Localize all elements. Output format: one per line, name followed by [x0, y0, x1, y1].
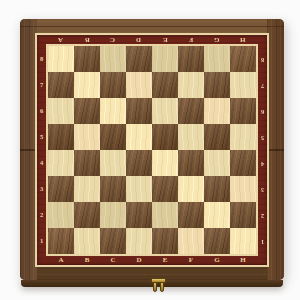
- square-h5[interactable]: [230, 124, 256, 150]
- rank-label: 4: [40, 160, 43, 167]
- square-a1[interactable]: [48, 228, 74, 254]
- square-b3[interactable]: [74, 176, 100, 202]
- square-b1[interactable]: [74, 228, 100, 254]
- chess-box: ABCDEFGH ABCDEFGH 87654321 87654321: [20, 19, 284, 280]
- rank-label: 1: [40, 238, 43, 245]
- square-c7[interactable]: [100, 72, 126, 98]
- square-h1[interactable]: [230, 228, 256, 254]
- rank-label: 6: [40, 108, 43, 115]
- file-label: G: [214, 257, 219, 264]
- square-e6[interactable]: [152, 98, 178, 124]
- brass-clasp: [151, 278, 166, 294]
- rank-label: 8: [40, 56, 43, 63]
- file-label: B: [85, 257, 90, 264]
- square-e8[interactable]: [152, 46, 178, 72]
- square-h3[interactable]: [230, 176, 256, 202]
- file-label: E: [163, 257, 168, 264]
- square-h7[interactable]: [230, 72, 256, 98]
- square-e1[interactable]: [152, 228, 178, 254]
- square-b6[interactable]: [74, 98, 100, 124]
- square-h2[interactable]: [230, 202, 256, 228]
- rank-labels-right: 87654321: [258, 46, 267, 254]
- square-c6[interactable]: [100, 98, 126, 124]
- square-g6[interactable]: [204, 98, 230, 124]
- square-g8[interactable]: [204, 46, 230, 72]
- rank-label: 2: [40, 212, 43, 219]
- square-g3[interactable]: [204, 176, 230, 202]
- rank-label: 2: [261, 212, 264, 219]
- file-label: E: [163, 36, 168, 43]
- square-c3[interactable]: [100, 176, 126, 202]
- file-label: F: [189, 257, 193, 264]
- square-f8[interactable]: [178, 46, 204, 72]
- square-h8[interactable]: [230, 46, 256, 72]
- square-f5[interactable]: [178, 124, 204, 150]
- rank-label: 4: [261, 160, 264, 167]
- square-f7[interactable]: [178, 72, 204, 98]
- square-b2[interactable]: [74, 202, 100, 228]
- file-labels-top: ABCDEFGH: [48, 35, 256, 44]
- file-label: A: [58, 36, 63, 43]
- square-e3[interactable]: [152, 176, 178, 202]
- rank-label: 3: [261, 186, 264, 193]
- square-g2[interactable]: [204, 202, 230, 228]
- square-g7[interactable]: [204, 72, 230, 98]
- square-c5[interactable]: [100, 124, 126, 150]
- file-label: H: [240, 36, 245, 43]
- file-label: C: [110, 257, 115, 264]
- hinge-seam: [20, 26, 284, 27]
- fold-seam-right: [267, 149, 284, 151]
- square-c1[interactable]: [100, 228, 126, 254]
- rank-labels-left: 87654321: [37, 46, 46, 254]
- square-e7[interactable]: [152, 72, 178, 98]
- square-d8[interactable]: [126, 46, 152, 72]
- square-d3[interactable]: [126, 176, 152, 202]
- square-b4[interactable]: [74, 150, 100, 176]
- square-f3[interactable]: [178, 176, 204, 202]
- square-d7[interactable]: [126, 72, 152, 98]
- rank-label: 5: [261, 134, 264, 141]
- file-label: D: [136, 36, 141, 43]
- square-d5[interactable]: [126, 124, 152, 150]
- file-label: A: [58, 257, 63, 264]
- square-f4[interactable]: [178, 150, 204, 176]
- file-label: F: [189, 36, 193, 43]
- rank-label: 7: [261, 82, 264, 89]
- square-a8[interactable]: [48, 46, 74, 72]
- rank-label: 8: [261, 56, 264, 63]
- square-a5[interactable]: [48, 124, 74, 150]
- square-h6[interactable]: [230, 98, 256, 124]
- clasp-leg-right: [160, 282, 164, 292]
- file-label: G: [214, 36, 219, 43]
- board-border-panel: ABCDEFGH ABCDEFGH 87654321 87654321: [35, 33, 269, 267]
- square-f1[interactable]: [178, 228, 204, 254]
- square-d4[interactable]: [126, 150, 152, 176]
- square-d6[interactable]: [126, 98, 152, 124]
- square-e2[interactable]: [152, 202, 178, 228]
- rank-label: 1: [261, 238, 264, 245]
- square-a6[interactable]: [48, 98, 74, 124]
- square-f6[interactable]: [178, 98, 204, 124]
- square-c8[interactable]: [100, 46, 126, 72]
- rank-label: 3: [40, 186, 43, 193]
- rank-label: 7: [40, 82, 43, 89]
- file-label: B: [85, 36, 90, 43]
- square-c4[interactable]: [100, 150, 126, 176]
- square-b5[interactable]: [74, 124, 100, 150]
- file-label: C: [110, 36, 115, 43]
- square-d2[interactable]: [126, 202, 152, 228]
- clasp-leg-left: [153, 282, 157, 292]
- square-e4[interactable]: [152, 150, 178, 176]
- square-d1[interactable]: [126, 228, 152, 254]
- file-label: D: [136, 257, 141, 264]
- photo-background: ABCDEFGH ABCDEFGH 87654321 87654321: [0, 0, 300, 300]
- square-b7[interactable]: [74, 72, 100, 98]
- chess-board-grid: [48, 46, 256, 254]
- square-e5[interactable]: [152, 124, 178, 150]
- square-g1[interactable]: [204, 228, 230, 254]
- square-f2[interactable]: [178, 202, 204, 228]
- file-label: H: [240, 257, 245, 264]
- rank-label: 5: [40, 134, 43, 141]
- square-g5[interactable]: [204, 124, 230, 150]
- square-g4[interactable]: [204, 150, 230, 176]
- square-c2[interactable]: [100, 202, 126, 228]
- square-a7[interactable]: [48, 72, 74, 98]
- rank-label: 6: [261, 108, 264, 115]
- file-labels-bottom: ABCDEFGH: [48, 256, 256, 265]
- square-a4[interactable]: [48, 150, 74, 176]
- square-a2[interactable]: [48, 202, 74, 228]
- square-b8[interactable]: [74, 46, 100, 72]
- square-h4[interactable]: [230, 150, 256, 176]
- board-inner-pinstripe: [46, 44, 258, 256]
- square-a3[interactable]: [48, 176, 74, 202]
